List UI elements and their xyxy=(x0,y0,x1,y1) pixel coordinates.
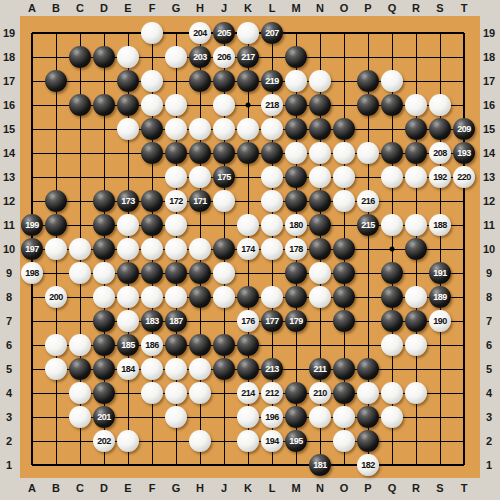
col-label-bottom: J xyxy=(221,482,227,494)
go-stone-C4 xyxy=(69,382,91,404)
go-stone-F9 xyxy=(141,262,163,284)
row-label-right: 10 xyxy=(483,243,495,255)
move-number: 214 xyxy=(241,389,255,398)
move-number: 190 xyxy=(433,317,447,326)
go-stone-J10 xyxy=(213,238,235,260)
row-label-right: 14 xyxy=(483,147,495,159)
go-stone-C5 xyxy=(69,358,91,380)
go-stone-M12 xyxy=(285,190,307,212)
row-label-right: 18 xyxy=(483,51,495,63)
go-stone-C9 xyxy=(69,262,91,284)
col-label-bottom: R xyxy=(412,482,420,494)
go-stone-P14 xyxy=(357,142,379,164)
go-stone-Q14 xyxy=(381,142,403,164)
go-stone-R6 xyxy=(405,334,427,356)
go-stone-P16 xyxy=(357,94,379,116)
go-stone-D12 xyxy=(93,190,115,212)
go-stone-S16 xyxy=(429,94,451,116)
col-label-top: N xyxy=(316,2,324,14)
col-label-top: T xyxy=(461,2,468,14)
go-stone-G9 xyxy=(165,262,187,284)
row-label-right: 15 xyxy=(483,123,495,135)
go-stone-L15 xyxy=(261,118,283,140)
move-number: 209 xyxy=(457,125,471,134)
go-stone-N9 xyxy=(309,262,331,284)
go-stone-H9 xyxy=(189,262,211,284)
move-number: 219 xyxy=(265,77,279,86)
go-stone-L10 xyxy=(261,238,283,260)
go-stone-G18 xyxy=(165,46,187,68)
go-stone-J17 xyxy=(213,70,235,92)
go-stone-D3: 201 xyxy=(93,406,115,428)
go-stone-H14 xyxy=(189,142,211,164)
go-stone-J6 xyxy=(213,334,235,356)
col-label-bottom: S xyxy=(436,482,443,494)
go-stone-R13 xyxy=(405,166,427,188)
go-stone-M3 xyxy=(285,406,307,428)
go-stone-E11 xyxy=(117,214,139,236)
move-number: 171 xyxy=(193,197,207,206)
go-stone-M9 xyxy=(285,262,307,284)
go-stone-C3 xyxy=(69,406,91,428)
go-stone-Q4 xyxy=(381,382,403,404)
go-stone-C18 xyxy=(69,46,91,68)
go-stone-F11 xyxy=(141,214,163,236)
move-number: 212 xyxy=(265,389,279,398)
go-stone-O8 xyxy=(333,286,355,308)
go-stone-L12 xyxy=(261,190,283,212)
go-stone-P2 xyxy=(357,430,379,452)
go-stone-R7 xyxy=(405,310,427,332)
go-stone-O7 xyxy=(333,310,355,332)
go-stone-J19: 205 xyxy=(213,22,235,44)
go-stone-G3 xyxy=(165,406,187,428)
go-stone-F15 xyxy=(141,118,163,140)
move-number: 179 xyxy=(289,317,303,326)
move-number: 211 xyxy=(313,365,326,374)
row-label-left: 2 xyxy=(6,435,12,447)
go-stone-L7: 177 xyxy=(261,310,283,332)
go-stone-H13 xyxy=(189,166,211,188)
go-stone-Q13 xyxy=(381,166,403,188)
move-number: 172 xyxy=(169,197,183,206)
move-number: 189 xyxy=(433,293,447,302)
move-number: 205 xyxy=(217,29,231,38)
go-stone-K17 xyxy=(237,70,259,92)
row-label-left: 6 xyxy=(6,339,12,351)
go-stone-N13 xyxy=(309,166,331,188)
go-stone-H18: 203 xyxy=(189,46,211,68)
go-stone-E9 xyxy=(117,262,139,284)
go-stone-N8 xyxy=(309,286,331,308)
go-stone-S9: 191 xyxy=(429,262,451,284)
move-number: 215 xyxy=(361,221,375,230)
move-number: 183 xyxy=(145,317,159,326)
go-stone-K7: 176 xyxy=(237,310,259,332)
go-stone-B11 xyxy=(45,214,67,236)
go-stone-N12 xyxy=(309,190,331,212)
go-stone-K6 xyxy=(237,334,259,356)
go-stone-N1: 181 xyxy=(309,454,331,476)
go-stone-R4 xyxy=(405,382,427,404)
row-label-left: 10 xyxy=(3,243,15,255)
move-number: 201 xyxy=(97,413,111,422)
go-stone-D6 xyxy=(93,334,115,356)
go-stone-E15 xyxy=(117,118,139,140)
go-stone-M7: 179 xyxy=(285,310,307,332)
row-label-right: 3 xyxy=(486,411,492,423)
go-stone-A10: 197 xyxy=(21,238,43,260)
col-label-top: Q xyxy=(388,2,397,14)
row-label-right: 11 xyxy=(483,219,495,231)
go-stone-O13 xyxy=(333,166,355,188)
go-stone-P12: 216 xyxy=(357,190,379,212)
go-stone-C16 xyxy=(69,94,91,116)
go-stone-M18 xyxy=(285,46,307,68)
go-stone-F17 xyxy=(141,70,163,92)
go-stone-E10 xyxy=(117,238,139,260)
go-stone-D11 xyxy=(93,214,115,236)
go-stone-O15 xyxy=(333,118,355,140)
go-stone-G5 xyxy=(165,358,187,380)
go-stone-M14 xyxy=(285,142,307,164)
go-stone-H8 xyxy=(189,286,211,308)
move-number: 192 xyxy=(433,173,447,182)
move-number: 193 xyxy=(457,149,471,158)
col-label-top: D xyxy=(100,2,108,14)
go-stone-N5: 211 xyxy=(309,358,331,380)
go-stone-T14: 193 xyxy=(453,142,475,164)
go-stone-B12 xyxy=(45,190,67,212)
go-stone-M11: 180 xyxy=(285,214,307,236)
col-label-bottom: L xyxy=(269,482,276,494)
move-number: 197 xyxy=(25,245,39,254)
row-label-left: 17 xyxy=(3,75,15,87)
go-stone-L5: 213 xyxy=(261,358,283,380)
go-stone-B5 xyxy=(45,358,67,380)
go-stone-J13: 175 xyxy=(213,166,235,188)
go-stone-H12: 171 xyxy=(189,190,211,212)
go-stone-D18 xyxy=(93,46,115,68)
row-label-left: 18 xyxy=(3,51,15,63)
row-label-right: 17 xyxy=(483,75,495,87)
go-stone-F16 xyxy=(141,94,163,116)
go-stone-L13 xyxy=(261,166,283,188)
go-stone-Q8 xyxy=(381,286,403,308)
col-label-bottom: M xyxy=(291,482,300,494)
go-stone-J5 xyxy=(213,358,235,380)
move-number: 204 xyxy=(193,29,207,38)
col-label-top: O xyxy=(340,2,349,14)
go-stone-O5 xyxy=(333,358,355,380)
go-stone-F14 xyxy=(141,142,163,164)
go-stone-O14 xyxy=(333,142,355,164)
move-number: 185 xyxy=(121,341,135,350)
go-stone-G14 xyxy=(165,142,187,164)
go-stone-R11 xyxy=(405,214,427,236)
go-stone-N14 xyxy=(309,142,331,164)
go-stone-K10: 174 xyxy=(237,238,259,260)
row-label-right: 16 xyxy=(483,99,495,111)
go-stone-D16 xyxy=(93,94,115,116)
go-stone-P3 xyxy=(357,406,379,428)
col-label-top: P xyxy=(364,2,371,14)
go-stone-G13 xyxy=(165,166,187,188)
go-stone-N11 xyxy=(309,214,331,236)
go-stone-H4 xyxy=(189,382,211,404)
row-label-right: 19 xyxy=(483,27,495,39)
go-stone-M4 xyxy=(285,382,307,404)
row-label-left: 19 xyxy=(3,27,15,39)
go-stone-D5 xyxy=(93,358,115,380)
go-stone-N16 xyxy=(309,94,331,116)
row-label-left: 7 xyxy=(6,315,12,327)
move-number: 178 xyxy=(289,245,303,254)
go-stone-K3 xyxy=(237,406,259,428)
col-label-top: H xyxy=(196,2,204,14)
go-stone-K2 xyxy=(237,430,259,452)
row-label-left: 3 xyxy=(6,411,12,423)
move-number: 195 xyxy=(289,437,303,446)
go-stone-M2: 195 xyxy=(285,430,307,452)
move-number: 186 xyxy=(145,341,159,350)
go-stone-O12 xyxy=(333,190,355,212)
move-number: 210 xyxy=(313,389,327,398)
go-stone-G7: 187 xyxy=(165,310,187,332)
move-number: 206 xyxy=(217,53,231,62)
go-stone-O10 xyxy=(333,238,355,260)
row-label-left: 4 xyxy=(6,387,12,399)
col-label-bottom: A xyxy=(28,482,36,494)
move-number: 176 xyxy=(241,317,255,326)
go-stone-G16 xyxy=(165,94,187,116)
go-stone-T13: 220 xyxy=(453,166,475,188)
move-number: 217 xyxy=(241,53,255,62)
go-stone-E7 xyxy=(117,310,139,332)
go-stone-S15 xyxy=(429,118,451,140)
move-number: 194 xyxy=(265,437,279,446)
go-stone-M16 xyxy=(285,94,307,116)
row-label-left: 5 xyxy=(6,363,12,375)
go-stone-N3 xyxy=(309,406,331,428)
col-label-bottom: C xyxy=(76,482,84,494)
move-number: 220 xyxy=(457,173,471,182)
row-label-left: 1 xyxy=(6,459,12,471)
go-stone-O4 xyxy=(333,382,355,404)
go-stone-D10 xyxy=(93,238,115,260)
row-label-left: 14 xyxy=(3,147,15,159)
go-stone-S13: 192 xyxy=(429,166,451,188)
col-label-bottom: P xyxy=(364,482,371,494)
go-stone-K19 xyxy=(237,22,259,44)
go-stone-L3: 196 xyxy=(261,406,283,428)
col-label-bottom: K xyxy=(244,482,252,494)
col-label-top: L xyxy=(269,2,276,14)
go-stone-N4: 210 xyxy=(309,382,331,404)
col-label-bottom: F xyxy=(149,482,156,494)
go-stone-Q6 xyxy=(381,334,403,356)
go-stone-R8 xyxy=(405,286,427,308)
go-stone-J12 xyxy=(213,190,235,212)
go-diagram-screen: AA1919BB1818CC1717DD1616EE1515FF1414GG13… xyxy=(0,0,500,500)
go-stone-S7: 190 xyxy=(429,310,451,332)
go-stone-N10 xyxy=(309,238,331,260)
go-stone-L11 xyxy=(261,214,283,236)
col-label-bottom: O xyxy=(340,482,349,494)
move-number: 198 xyxy=(25,269,39,278)
col-label-bottom: G xyxy=(172,482,181,494)
go-stone-R16 xyxy=(405,94,427,116)
go-stone-T15: 209 xyxy=(453,118,475,140)
col-label-top: K xyxy=(244,2,252,14)
go-stone-F19 xyxy=(141,22,163,44)
go-stone-H15 xyxy=(189,118,211,140)
go-stone-G12: 172 xyxy=(165,190,187,212)
move-number: 173 xyxy=(121,197,135,206)
go-stone-G11 xyxy=(165,214,187,236)
go-stone-D2: 202 xyxy=(93,430,115,452)
go-stone-E18 xyxy=(117,46,139,68)
row-label-right: 2 xyxy=(486,435,492,447)
move-number: 218 xyxy=(265,101,279,110)
go-stone-K4: 214 xyxy=(237,382,259,404)
go-stone-D4 xyxy=(93,382,115,404)
col-label-top: G xyxy=(172,2,181,14)
go-stone-E6: 185 xyxy=(117,334,139,356)
col-label-bottom: T xyxy=(461,482,468,494)
go-stone-J18: 206 xyxy=(213,46,235,68)
go-stone-F4 xyxy=(141,382,163,404)
go-stone-J14 xyxy=(213,142,235,164)
col-label-top: B xyxy=(52,2,60,14)
go-stone-S8: 189 xyxy=(429,286,451,308)
row-label-right: 13 xyxy=(483,171,495,183)
go-stone-P1: 182 xyxy=(357,454,379,476)
move-number: 184 xyxy=(121,365,135,374)
col-label-bottom: B xyxy=(52,482,60,494)
go-stone-L17: 219 xyxy=(261,70,283,92)
go-stone-H19: 204 xyxy=(189,22,211,44)
row-label-left: 12 xyxy=(3,195,15,207)
go-stone-H6 xyxy=(189,334,211,356)
col-label-top: M xyxy=(291,2,300,14)
move-number: 196 xyxy=(265,413,279,422)
go-stone-E8 xyxy=(117,286,139,308)
go-stone-C6 xyxy=(69,334,91,356)
col-label-bottom: D xyxy=(100,482,108,494)
go-stone-R10 xyxy=(405,238,427,260)
move-number: 216 xyxy=(361,197,375,206)
row-label-left: 9 xyxy=(6,267,12,279)
go-stone-Q17 xyxy=(381,70,403,92)
go-stone-H17 xyxy=(189,70,211,92)
go-stone-P11: 215 xyxy=(357,214,379,236)
go-stone-R14 xyxy=(405,142,427,164)
go-stone-N17 xyxy=(309,70,331,92)
go-stone-L4: 212 xyxy=(261,382,283,404)
col-label-top: J xyxy=(221,2,227,14)
go-stone-L8 xyxy=(261,286,283,308)
move-number: 174 xyxy=(241,245,255,254)
go-stone-P4 xyxy=(357,382,379,404)
move-number: 187 xyxy=(169,317,183,326)
go-stone-J8 xyxy=(213,286,235,308)
go-stone-D9 xyxy=(93,262,115,284)
go-stone-H10 xyxy=(189,238,211,260)
go-stone-Q16 xyxy=(381,94,403,116)
go-stone-E12: 173 xyxy=(117,190,139,212)
go-stone-N15 xyxy=(309,118,331,140)
go-stone-M13 xyxy=(285,166,307,188)
go-stone-K5 xyxy=(237,358,259,380)
go-stone-R15 xyxy=(405,118,427,140)
go-stone-J16 xyxy=(213,94,235,116)
go-stone-F5 xyxy=(141,358,163,380)
go-stone-G15 xyxy=(165,118,187,140)
row-label-left: 16 xyxy=(3,99,15,111)
go-stone-M17 xyxy=(285,70,307,92)
move-number: 208 xyxy=(433,149,447,158)
go-stone-E2 xyxy=(117,430,139,452)
go-stone-Q11 xyxy=(381,214,403,236)
go-stone-F10 xyxy=(141,238,163,260)
move-number: 207 xyxy=(265,29,279,38)
go-stone-O9 xyxy=(333,262,355,284)
go-stone-D8 xyxy=(93,286,115,308)
col-label-bottom: H xyxy=(196,482,204,494)
go-stone-B10 xyxy=(45,238,67,260)
go-stone-E17 xyxy=(117,70,139,92)
col-label-top: S xyxy=(436,2,443,14)
go-stone-M8 xyxy=(285,286,307,308)
go-stone-L2: 194 xyxy=(261,430,283,452)
move-number: 199 xyxy=(25,221,39,230)
col-label-bottom: Q xyxy=(388,482,397,494)
col-label-top: R xyxy=(412,2,420,14)
go-stone-F6: 186 xyxy=(141,334,163,356)
go-stone-E16 xyxy=(117,94,139,116)
go-stone-F12 xyxy=(141,190,163,212)
move-number: 175 xyxy=(217,173,231,182)
move-number: 202 xyxy=(97,437,111,446)
go-stone-B8: 200 xyxy=(45,286,67,308)
row-label-right: 9 xyxy=(486,267,492,279)
go-stone-G6 xyxy=(165,334,187,356)
col-label-top: E xyxy=(124,2,131,14)
go-stone-D7 xyxy=(93,310,115,332)
go-stone-E5: 184 xyxy=(117,358,139,380)
go-stone-M15 xyxy=(285,118,307,140)
go-stone-J9 xyxy=(213,262,235,284)
go-stone-K11 xyxy=(237,214,259,236)
move-number: 191 xyxy=(433,269,447,278)
col-label-bottom: E xyxy=(124,482,131,494)
move-number: 188 xyxy=(433,221,447,230)
move-number: 181 xyxy=(313,461,327,470)
row-label-right: 4 xyxy=(486,387,492,399)
row-label-right: 1 xyxy=(486,459,492,471)
go-stone-P17 xyxy=(357,70,379,92)
move-number: 180 xyxy=(289,221,303,230)
go-stone-C10 xyxy=(69,238,91,260)
go-stone-Q7 xyxy=(381,310,403,332)
go-stone-Q3 xyxy=(381,406,403,428)
col-label-bottom: N xyxy=(316,482,324,494)
col-label-top: C xyxy=(76,2,84,14)
move-number: 203 xyxy=(193,53,207,62)
go-stone-A11: 199 xyxy=(21,214,43,236)
go-stone-F8 xyxy=(141,286,163,308)
